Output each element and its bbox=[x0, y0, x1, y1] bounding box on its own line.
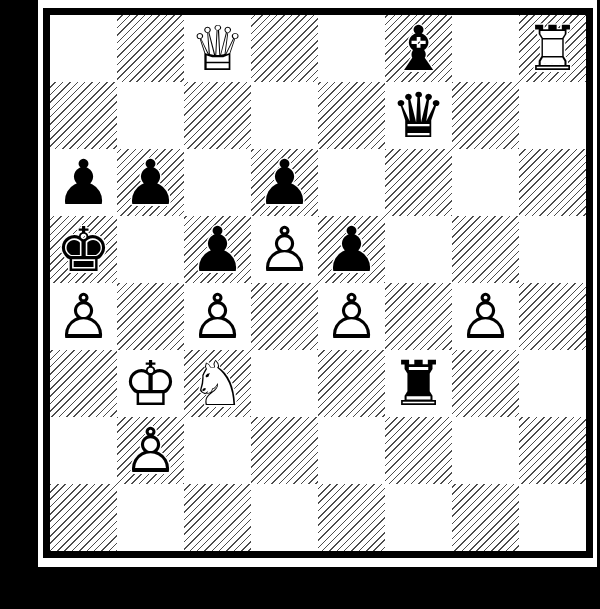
piece-black-pawn[interactable]: ♟♟ bbox=[117, 149, 184, 216]
square-f5[interactable] bbox=[385, 216, 452, 283]
square-f4[interactable] bbox=[385, 283, 452, 350]
square-b5[interactable] bbox=[117, 216, 184, 283]
white-knight-glyph: ♘ bbox=[184, 350, 251, 417]
square-e3[interactable] bbox=[318, 350, 385, 417]
piece-white-king[interactable]: ♚♔ bbox=[117, 350, 184, 417]
white-queen-glyph: ♕ bbox=[184, 15, 251, 82]
square-a5[interactable]: ♚♚ bbox=[50, 216, 117, 283]
piece-black-pawn[interactable]: ♟♟ bbox=[251, 149, 318, 216]
square-b7[interactable] bbox=[117, 82, 184, 149]
square-a7[interactable] bbox=[50, 82, 117, 149]
square-b8[interactable] bbox=[117, 15, 184, 82]
square-d6[interactable]: ♟♟ bbox=[251, 149, 318, 216]
square-d5[interactable]: ♟♙ bbox=[251, 216, 318, 283]
square-h2[interactable] bbox=[519, 417, 586, 484]
square-b3[interactable]: ♚♔ bbox=[117, 350, 184, 417]
black-bishop-glyph: ♝ bbox=[385, 15, 452, 82]
square-f1[interactable] bbox=[385, 484, 452, 551]
white-pawn-glyph: ♙ bbox=[318, 283, 385, 350]
chess-board-grid: ♛♕♝♝♜♖♛♛♟♟♟♟♟♟♚♚♟♟♟♙♟♟♟♙♟♙♟♙♟♙♚♔♞♘♜♜♟♙ bbox=[50, 15, 586, 551]
square-g8[interactable] bbox=[452, 15, 519, 82]
white-rook-glyph: ♖ bbox=[519, 15, 586, 82]
piece-white-pawn[interactable]: ♟♙ bbox=[184, 283, 251, 350]
square-c1[interactable] bbox=[184, 484, 251, 551]
square-d1[interactable] bbox=[251, 484, 318, 551]
white-pawn-glyph: ♙ bbox=[251, 216, 318, 283]
square-f2[interactable] bbox=[385, 417, 452, 484]
black-pawn-glyph: ♟ bbox=[50, 149, 117, 216]
square-f7[interactable]: ♛♛ bbox=[385, 82, 452, 149]
chess-board: ♛♕♝♝♜♖♛♛♟♟♟♟♟♟♚♚♟♟♟♙♟♟♟♙♟♙♟♙♟♙♚♔♞♘♜♜♟♙ bbox=[43, 8, 593, 558]
square-h4[interactable] bbox=[519, 283, 586, 350]
square-f3[interactable]: ♜♜ bbox=[385, 350, 452, 417]
square-c4[interactable]: ♟♙ bbox=[184, 283, 251, 350]
square-g5[interactable] bbox=[452, 216, 519, 283]
square-a4[interactable]: ♟♙ bbox=[50, 283, 117, 350]
piece-white-pawn[interactable]: ♟♙ bbox=[318, 283, 385, 350]
square-d8[interactable] bbox=[251, 15, 318, 82]
square-a3[interactable] bbox=[50, 350, 117, 417]
square-g4[interactable]: ♟♙ bbox=[452, 283, 519, 350]
square-d4[interactable] bbox=[251, 283, 318, 350]
square-f6[interactable] bbox=[385, 149, 452, 216]
square-b4[interactable] bbox=[117, 283, 184, 350]
piece-white-pawn[interactable]: ♟♙ bbox=[117, 417, 184, 484]
square-e5[interactable]: ♟♟ bbox=[318, 216, 385, 283]
black-pawn-glyph: ♟ bbox=[184, 216, 251, 283]
square-e8[interactable] bbox=[318, 15, 385, 82]
piece-black-pawn[interactable]: ♟♟ bbox=[318, 216, 385, 283]
square-a8[interactable] bbox=[50, 15, 117, 82]
square-h1[interactable] bbox=[519, 484, 586, 551]
white-pawn-glyph: ♙ bbox=[452, 283, 519, 350]
piece-white-pawn[interactable]: ♟♙ bbox=[251, 216, 318, 283]
square-c6[interactable] bbox=[184, 149, 251, 216]
square-c5[interactable]: ♟♟ bbox=[184, 216, 251, 283]
square-a2[interactable] bbox=[50, 417, 117, 484]
square-g1[interactable] bbox=[452, 484, 519, 551]
square-c8[interactable]: ♛♕ bbox=[184, 15, 251, 82]
square-d3[interactable] bbox=[251, 350, 318, 417]
square-g6[interactable] bbox=[452, 149, 519, 216]
piece-black-pawn[interactable]: ♟♟ bbox=[50, 149, 117, 216]
piece-black-queen[interactable]: ♛♛ bbox=[385, 82, 452, 149]
piece-white-pawn[interactable]: ♟♙ bbox=[452, 283, 519, 350]
square-h7[interactable] bbox=[519, 82, 586, 149]
square-e1[interactable] bbox=[318, 484, 385, 551]
square-d7[interactable] bbox=[251, 82, 318, 149]
white-king-glyph: ♔ bbox=[117, 350, 184, 417]
square-g3[interactable] bbox=[452, 350, 519, 417]
black-queen-glyph: ♛ bbox=[385, 82, 452, 149]
square-h3[interactable] bbox=[519, 350, 586, 417]
square-e6[interactable] bbox=[318, 149, 385, 216]
black-rook-glyph: ♜ bbox=[385, 350, 452, 417]
square-f8[interactable]: ♝♝ bbox=[385, 15, 452, 82]
piece-black-rook[interactable]: ♜♜ bbox=[385, 350, 452, 417]
square-a1[interactable] bbox=[50, 484, 117, 551]
square-b2[interactable]: ♟♙ bbox=[117, 417, 184, 484]
square-c2[interactable] bbox=[184, 417, 251, 484]
white-pawn-glyph: ♙ bbox=[50, 283, 117, 350]
square-c3[interactable]: ♞♘ bbox=[184, 350, 251, 417]
piece-white-knight[interactable]: ♞♘ bbox=[184, 350, 251, 417]
piece-white-rook[interactable]: ♜♖ bbox=[519, 15, 586, 82]
piece-white-pawn[interactable]: ♟♙ bbox=[50, 283, 117, 350]
square-b6[interactable]: ♟♟ bbox=[117, 149, 184, 216]
piece-white-queen[interactable]: ♛♕ bbox=[184, 15, 251, 82]
black-pawn-glyph: ♟ bbox=[318, 216, 385, 283]
black-king-glyph: ♚ bbox=[50, 216, 117, 283]
square-h5[interactable] bbox=[519, 216, 586, 283]
square-e4[interactable]: ♟♙ bbox=[318, 283, 385, 350]
square-g2[interactable] bbox=[452, 417, 519, 484]
square-c7[interactable] bbox=[184, 82, 251, 149]
white-pawn-glyph: ♙ bbox=[117, 417, 184, 484]
square-a6[interactable]: ♟♟ bbox=[50, 149, 117, 216]
square-g7[interactable] bbox=[452, 82, 519, 149]
square-h8[interactable]: ♜♖ bbox=[519, 15, 586, 82]
square-b1[interactable] bbox=[117, 484, 184, 551]
square-d2[interactable] bbox=[251, 417, 318, 484]
page-background: ♛♕♝♝♜♖♛♛♟♟♟♟♟♟♚♚♟♟♟♙♟♟♟♙♟♙♟♙♟♙♚♔♞♘♜♜♟♙ bbox=[38, 0, 597, 567]
piece-black-bishop[interactable]: ♝♝ bbox=[385, 15, 452, 82]
square-e7[interactable] bbox=[318, 82, 385, 149]
piece-black-king[interactable]: ♚♚ bbox=[50, 216, 117, 283]
black-pawn-glyph: ♟ bbox=[117, 149, 184, 216]
piece-black-pawn[interactable]: ♟♟ bbox=[184, 216, 251, 283]
square-e2[interactable] bbox=[318, 417, 385, 484]
black-pawn-glyph: ♟ bbox=[251, 149, 318, 216]
square-h6[interactable] bbox=[519, 149, 586, 216]
white-pawn-glyph: ♙ bbox=[184, 283, 251, 350]
